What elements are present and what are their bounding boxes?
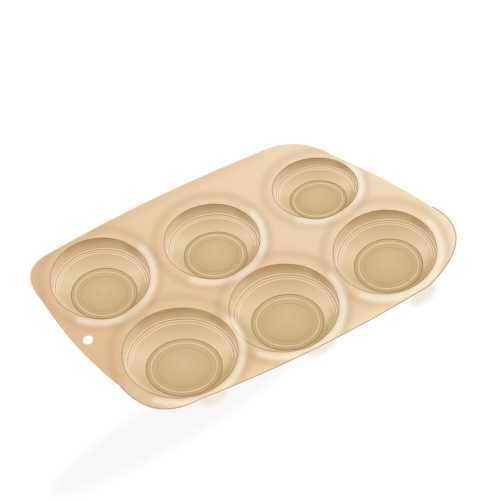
pan-svg bbox=[0, 0, 500, 500]
product-photo: Overhead angled product photo of an empt… bbox=[0, 0, 500, 500]
